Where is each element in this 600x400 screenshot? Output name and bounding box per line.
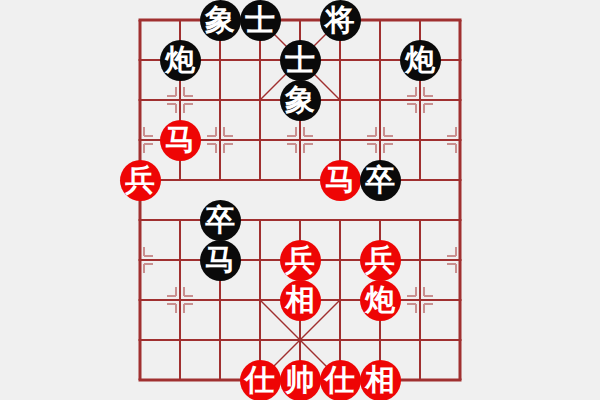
piece-black-elephant[interactable]: 象 — [200, 0, 241, 41]
piece-glyph: 仕 — [325, 365, 355, 395]
piece-red-elephant[interactable]: 相 — [280, 280, 321, 321]
piece-glyph: 马 — [325, 165, 355, 195]
piece-glyph: 仕 — [245, 365, 275, 395]
piece-glyph: 卒 — [365, 165, 395, 195]
piece-black-advisor[interactable]: 士 — [240, 0, 281, 41]
piece-red-advisor[interactable]: 仕 — [240, 360, 281, 400]
piece-red-pawn[interactable]: 兵 — [360, 240, 401, 281]
piece-black-advisor[interactable]: 士 — [280, 40, 321, 81]
piece-glyph: 帅 — [285, 365, 315, 395]
piece-glyph: 卒 — [205, 205, 235, 235]
piece-black-horse[interactable]: 马 — [200, 240, 241, 281]
piece-red-elephant[interactable]: 相 — [360, 360, 401, 400]
piece-glyph: 相 — [365, 365, 395, 395]
piece-black-cannon[interactable]: 炮 — [160, 40, 201, 81]
piece-glyph: 兵 — [365, 245, 395, 275]
piece-red-horse[interactable]: 马 — [160, 120, 201, 161]
piece-glyph: 炮 — [165, 45, 195, 75]
piece-red-cannon[interactable]: 炮 — [360, 280, 401, 321]
page-background: 象士将炮士炮象马兵马卒卒马兵兵相炮仕帅仕相 — [0, 0, 600, 400]
piece-glyph: 炮 — [405, 45, 435, 75]
piece-red-horse[interactable]: 马 — [320, 160, 361, 201]
piece-glyph: 象 — [205, 5, 235, 35]
piece-glyph: 马 — [165, 125, 195, 155]
piece-black-pawn[interactable]: 卒 — [360, 160, 401, 201]
piece-red-advisor[interactable]: 仕 — [320, 360, 361, 400]
piece-glyph: 兵 — [285, 245, 315, 275]
piece-glyph: 炮 — [365, 285, 395, 315]
piece-black-general[interactable]: 将 — [320, 0, 361, 41]
piece-glyph: 将 — [325, 5, 355, 35]
piece-glyph: 兵 — [125, 165, 155, 195]
piece-red-general[interactable]: 帅 — [280, 360, 321, 400]
piece-red-pawn[interactable]: 兵 — [120, 160, 161, 201]
piece-glyph: 相 — [285, 285, 315, 315]
piece-black-pawn[interactable]: 卒 — [200, 200, 241, 241]
piece-glyph: 马 — [205, 245, 235, 275]
piece-glyph: 士 — [245, 5, 275, 35]
piece-black-cannon[interactable]: 炮 — [400, 40, 441, 81]
piece-black-elephant[interactable]: 象 — [280, 80, 321, 121]
xiangqi-board: 象士将炮士炮象马兵马卒卒马兵兵相炮仕帅仕相 — [120, 0, 480, 400]
piece-red-pawn[interactable]: 兵 — [280, 240, 321, 281]
piece-glyph: 士 — [285, 45, 315, 75]
piece-glyph: 象 — [285, 85, 315, 115]
